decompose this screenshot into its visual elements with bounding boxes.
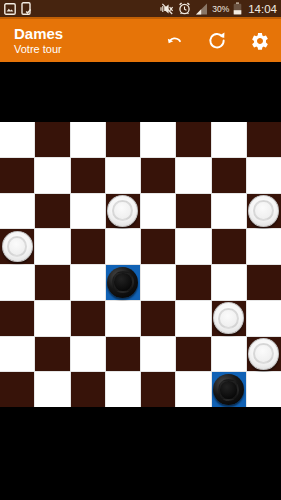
square-r7c2[interactable] <box>71 372 105 407</box>
square-r6c2[interactable] <box>71 337 105 372</box>
square-r1c2[interactable] <box>71 158 105 193</box>
gear-icon <box>250 30 270 52</box>
square-r2c0[interactable] <box>0 194 34 229</box>
square-r4c4[interactable] <box>141 265 175 300</box>
square-r5c2[interactable] <box>71 301 105 336</box>
status-bar-right: 30% 14:04 <box>160 2 277 15</box>
square-r7c6[interactable] <box>212 372 246 407</box>
clock-label: 14:04 <box>248 3 277 15</box>
status-bar: 30% 14:04 <box>0 0 281 17</box>
square-r3c6[interactable] <box>212 229 246 264</box>
square-r3c7[interactable] <box>247 229 281 264</box>
settings-button[interactable] <box>250 31 270 51</box>
square-r7c7[interactable] <box>247 372 281 407</box>
square-r6c6[interactable] <box>212 337 246 372</box>
square-r1c0[interactable] <box>0 158 34 193</box>
square-r4c1[interactable] <box>35 265 69 300</box>
square-r0c1[interactable] <box>35 122 69 157</box>
device-check-icon <box>21 2 32 15</box>
square-r4c0[interactable] <box>0 265 34 300</box>
black-piece[interactable] <box>213 374 244 405</box>
square-r3c1[interactable] <box>35 229 69 264</box>
square-r7c5[interactable] <box>176 372 210 407</box>
square-r0c2[interactable] <box>71 122 105 157</box>
square-r1c5[interactable] <box>176 158 210 193</box>
square-r1c6[interactable] <box>212 158 246 193</box>
square-r0c6[interactable] <box>212 122 246 157</box>
board <box>0 122 281 407</box>
square-r1c7[interactable] <box>247 158 281 193</box>
square-r2c1[interactable] <box>35 194 69 229</box>
signal-icon <box>195 3 208 15</box>
square-r0c5[interactable] <box>176 122 210 157</box>
status-bar-left <box>4 2 32 15</box>
app-screen: 30% 14:04 Dames Votre tour <box>0 0 281 500</box>
battery-icon <box>233 2 242 15</box>
square-r4c6[interactable] <box>212 265 246 300</box>
square-r5c5[interactable] <box>176 301 210 336</box>
refresh-icon <box>207 30 227 51</box>
app-header: Dames Votre tour <box>0 17 281 62</box>
header-actions <box>164 31 281 51</box>
white-piece[interactable] <box>248 195 279 226</box>
square-r2c7[interactable] <box>247 194 281 229</box>
square-r6c7[interactable] <box>247 337 281 372</box>
screenshot-icon <box>4 3 16 15</box>
turn-status-label: Votre tour <box>14 43 63 56</box>
square-r3c0[interactable] <box>0 229 34 264</box>
white-piece[interactable] <box>107 195 138 226</box>
square-r0c7[interactable] <box>247 122 281 157</box>
square-r2c2[interactable] <box>71 194 105 229</box>
undo-button[interactable] <box>164 31 184 51</box>
mute-icon <box>160 3 174 15</box>
battery-percent-label: 30% <box>212 4 229 14</box>
black-piece[interactable] <box>107 267 138 298</box>
header-titles: Dames Votre tour <box>0 25 63 56</box>
square-r6c0[interactable] <box>0 337 34 372</box>
refresh-button[interactable] <box>207 31 227 51</box>
page-title: Dames <box>14 25 63 42</box>
square-r0c0[interactable] <box>0 122 34 157</box>
square-r5c7[interactable] <box>247 301 281 336</box>
square-r6c5[interactable] <box>176 337 210 372</box>
square-r4c2[interactable] <box>71 265 105 300</box>
square-r5c0[interactable] <box>0 301 34 336</box>
square-r5c6[interactable] <box>212 301 246 336</box>
square-r5c4[interactable] <box>141 301 175 336</box>
square-r2c4[interactable] <box>141 194 175 229</box>
square-r4c5[interactable] <box>176 265 210 300</box>
square-r6c4[interactable] <box>141 337 175 372</box>
square-r3c4[interactable] <box>141 229 175 264</box>
square-r3c2[interactable] <box>71 229 105 264</box>
square-r0c4[interactable] <box>141 122 175 157</box>
square-r6c3[interactable] <box>106 337 140 372</box>
alarm-icon <box>178 2 191 15</box>
square-r7c1[interactable] <box>35 372 69 407</box>
square-r2c6[interactable] <box>212 194 246 229</box>
white-piece[interactable] <box>213 302 244 333</box>
square-r7c3[interactable] <box>106 372 140 407</box>
square-r3c3[interactable] <box>106 229 140 264</box>
square-r4c7[interactable] <box>247 265 281 300</box>
square-r5c1[interactable] <box>35 301 69 336</box>
square-r1c4[interactable] <box>141 158 175 193</box>
square-r7c0[interactable] <box>0 372 34 407</box>
square-r6c1[interactable] <box>35 337 69 372</box>
square-r2c3[interactable] <box>106 194 140 229</box>
square-r3c5[interactable] <box>176 229 210 264</box>
square-r2c5[interactable] <box>176 194 210 229</box>
square-r0c3[interactable] <box>106 122 140 157</box>
square-r1c1[interactable] <box>35 158 69 193</box>
square-r1c3[interactable] <box>106 158 140 193</box>
undo-icon <box>164 30 184 52</box>
white-piece[interactable] <box>2 231 33 262</box>
square-r4c3[interactable] <box>106 265 140 300</box>
square-r5c3[interactable] <box>106 301 140 336</box>
square-r7c4[interactable] <box>141 372 175 407</box>
white-piece[interactable] <box>248 338 279 369</box>
